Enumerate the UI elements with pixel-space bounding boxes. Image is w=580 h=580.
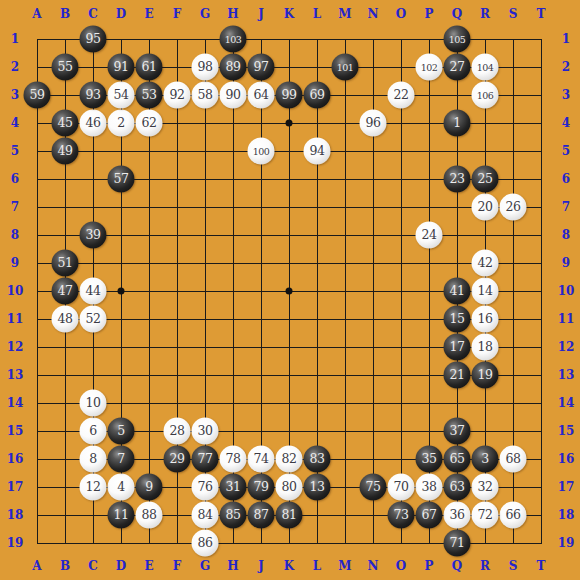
move-number: 41 [450,285,465,298]
black-stone-d18: 11 [108,502,135,529]
column-label-top-o: O [396,8,406,20]
move-number: 96 [366,117,381,130]
move-number: 70 [394,481,409,494]
move-number: 49 [58,145,73,158]
move-number: 93 [86,89,101,102]
row-label-right-7: 7 [562,201,570,213]
move-number: 68 [506,453,521,466]
row-label-left-17: 17 [7,481,24,493]
move-number: 65 [450,453,465,466]
black-stone-c3: 93 [80,82,107,109]
black-stone-q4: 1 [444,110,471,137]
row-label-left-10: 10 [7,285,24,297]
white-stone-p8: 24 [416,222,443,249]
white-stone-e18: 88 [136,502,163,529]
move-number: 89 [226,61,241,74]
row-label-right-15: 15 [558,425,575,437]
black-stone-k3: 99 [276,82,303,109]
row-label-left-5: 5 [11,145,19,157]
row-label-right-8: 8 [562,229,570,241]
black-stone-j2: 97 [248,54,275,81]
white-stone-g3: 58 [192,82,219,109]
column-label-top-m: M [338,8,351,20]
move-number: 92 [170,89,185,102]
black-stone-o18: 73 [388,502,415,529]
row-label-left-7: 7 [11,201,19,213]
row-label-left-19: 19 [7,537,24,549]
row-label-right-12: 12 [558,341,575,353]
move-number: 21 [450,369,465,382]
black-stone-q6: 23 [444,166,471,193]
white-stone-g17: 76 [192,474,219,501]
column-label-bottom-k: K [284,560,294,572]
move-number: 102 [421,62,437,72]
move-number: 77 [198,453,213,466]
black-stone-b4: 45 [52,110,79,137]
move-number: 104 [477,62,493,72]
column-label-top-t: T [537,8,546,20]
star-point-k10 [286,288,293,295]
black-stone-n17: 75 [360,474,387,501]
move-number: 87 [254,509,269,522]
move-number: 69 [310,89,325,102]
black-stone-l3: 69 [304,82,331,109]
column-label-bottom-j: J [258,560,264,572]
column-label-bottom-o: O [396,560,406,572]
black-stone-b9: 51 [52,250,79,277]
column-label-top-g: G [200,8,210,20]
row-label-left-8: 8 [11,229,19,241]
row-label-left-15: 15 [7,425,24,437]
move-number: 94 [310,145,325,158]
column-label-bottom-r: R [480,560,490,572]
move-number: 80 [282,481,297,494]
row-label-left-13: 13 [7,369,24,381]
column-label-bottom-t: T [537,560,546,572]
black-stone-c1: 95 [80,26,107,53]
move-number: 85 [226,509,241,522]
column-label-bottom-b: B [60,560,70,572]
column-label-top-c: C [88,8,98,20]
move-number: 95 [86,33,101,46]
white-stone-c4: 46 [80,110,107,137]
move-number: 66 [506,509,521,522]
move-number: 51 [58,257,73,270]
white-stone-h3: 90 [220,82,247,109]
move-number: 99 [282,89,297,102]
move-number: 16 [478,313,493,326]
white-stone-b11: 48 [52,306,79,333]
move-number: 101 [337,62,353,72]
column-label-bottom-s: S [509,560,518,572]
row-label-left-11: 11 [7,313,24,325]
column-label-top-j: J [258,8,264,20]
column-label-top-n: N [368,8,379,20]
move-number: 11 [114,509,129,522]
move-number: 17 [450,341,465,354]
row-label-left-1: 1 [11,33,19,45]
white-stone-g18: 84 [192,502,219,529]
move-number: 47 [58,285,73,298]
white-stone-o3: 22 [388,82,415,109]
row-label-right-2: 2 [562,61,570,73]
move-number: 79 [254,481,269,494]
move-number: 74 [254,453,269,466]
white-stone-n4: 96 [360,110,387,137]
column-label-top-p: P [424,8,433,20]
white-stone-d4: 2 [108,110,135,137]
black-stone-e2: 61 [136,54,163,81]
row-label-right-16: 16 [558,453,575,465]
move-number: 82 [282,453,297,466]
move-number: 67 [422,509,437,522]
column-label-top-d: D [116,8,126,20]
move-number: 26 [506,201,521,214]
move-number: 58 [198,89,213,102]
black-stone-d15: 5 [108,418,135,445]
move-number: 12 [86,481,101,494]
move-number: 5 [117,425,124,438]
white-stone-f3: 92 [164,82,191,109]
black-stone-h17: 31 [220,474,247,501]
row-label-right-17: 17 [558,481,575,493]
column-label-top-l: L [313,8,321,20]
move-number: 53 [142,89,157,102]
row-label-left-6: 6 [11,173,19,185]
column-label-top-s: S [509,8,518,20]
move-number: 54 [114,89,129,102]
move-number: 22 [394,89,409,102]
row-label-left-2: 2 [11,61,19,73]
black-stone-h2: 89 [220,54,247,81]
black-stone-r16: 3 [472,446,499,473]
column-label-top-h: H [227,8,238,20]
column-label-bottom-n: N [368,560,379,572]
white-stone-c10: 44 [80,278,107,305]
black-stone-q2: 27 [444,54,471,81]
white-stone-r10: 14 [472,278,499,305]
black-stone-h1: 103 [220,26,247,53]
column-label-bottom-e: E [144,560,153,572]
column-label-top-a: A [32,8,41,20]
move-number: 106 [477,90,493,100]
column-label-bottom-h: H [227,560,238,572]
white-stone-r7: 20 [472,194,499,221]
black-stone-p18: 67 [416,502,443,529]
star-point-k4 [286,120,293,127]
column-label-bottom-f: F [173,560,182,572]
black-stone-q1: 105 [444,26,471,53]
black-stone-p16: 35 [416,446,443,473]
move-number: 28 [170,425,185,438]
white-stone-g2: 98 [192,54,219,81]
black-stone-m2: 101 [332,54,359,81]
black-stone-l17: 13 [304,474,331,501]
move-number: 55 [58,61,73,74]
move-number: 59 [30,89,45,102]
white-stone-c15: 6 [80,418,107,445]
black-stone-j18: 87 [248,502,275,529]
white-stone-p17: 38 [416,474,443,501]
move-number: 44 [86,285,101,298]
column-label-bottom-l: L [313,560,321,572]
move-number: 32 [478,481,493,494]
move-number: 4 [117,481,124,494]
row-label-left-12: 12 [7,341,24,353]
move-number: 1 [453,117,460,130]
move-number: 23 [450,173,465,186]
move-number: 75 [366,481,381,494]
white-stone-r18: 72 [472,502,499,529]
move-number: 73 [394,509,409,522]
move-number: 18 [478,341,493,354]
move-number: 86 [198,537,213,550]
move-number: 83 [310,453,325,466]
white-stone-f15: 28 [164,418,191,445]
black-stone-b5: 49 [52,138,79,165]
move-number: 42 [478,257,493,270]
black-stone-q15: 37 [444,418,471,445]
black-stone-d16: 7 [108,446,135,473]
move-number: 31 [226,481,241,494]
move-number: 72 [478,509,493,522]
white-stone-j16: 74 [248,446,275,473]
column-label-bottom-m: M [338,560,351,572]
white-stone-p2: 102 [416,54,443,81]
black-stone-k18: 81 [276,502,303,529]
white-stone-s16: 68 [500,446,527,473]
black-stone-l16: 83 [304,446,331,473]
move-number: 46 [86,117,101,130]
move-number: 81 [282,509,297,522]
move-number: 7 [117,453,124,466]
column-label-top-q: Q [452,8,462,20]
row-label-left-4: 4 [11,117,19,129]
column-label-bottom-g: G [200,560,210,572]
black-stone-b2: 55 [52,54,79,81]
row-label-left-3: 3 [11,89,19,101]
move-number: 27 [450,61,465,74]
move-number: 35 [422,453,437,466]
white-stone-c17: 12 [80,474,107,501]
black-stone-q12: 17 [444,334,471,361]
move-number: 88 [142,509,157,522]
go-board[interactable]: AABBCCDDEEFFGGHHJJKKLLMMNNOOPPQQRRSSTT11… [0,0,580,580]
move-number: 100 [253,146,269,156]
white-stone-r9: 42 [472,250,499,277]
move-number: 78 [226,453,241,466]
move-number: 25 [478,173,493,186]
move-number: 98 [198,61,213,74]
row-label-right-5: 5 [562,145,570,157]
white-stone-j5: 100 [248,138,275,165]
black-stone-d6: 57 [108,166,135,193]
white-stone-r12: 18 [472,334,499,361]
move-number: 61 [142,61,157,74]
row-label-left-18: 18 [7,509,24,521]
move-number: 36 [450,509,465,522]
black-stone-q16: 65 [444,446,471,473]
black-stone-a3: 59 [24,82,51,109]
white-stone-r11: 16 [472,306,499,333]
move-number: 2 [117,117,124,130]
row-label-right-3: 3 [562,89,570,101]
move-number: 90 [226,89,241,102]
move-number: 52 [86,313,101,326]
white-stone-r17: 32 [472,474,499,501]
move-number: 105 [449,34,465,44]
row-label-right-4: 4 [562,117,570,129]
move-number: 39 [86,229,101,242]
white-stone-q18: 36 [444,502,471,529]
white-stone-c14: 10 [80,390,107,417]
column-label-top-r: R [480,8,490,20]
white-stone-e4: 62 [136,110,163,137]
move-number: 91 [114,61,129,74]
black-stone-q19: 71 [444,530,471,557]
white-stone-c16: 8 [80,446,107,473]
black-stone-q13: 21 [444,362,471,389]
move-number: 63 [450,481,465,494]
row-label-left-14: 14 [7,397,24,409]
white-stone-h16: 78 [220,446,247,473]
move-number: 71 [450,537,465,550]
black-stone-e17: 9 [136,474,163,501]
move-number: 6 [89,425,96,438]
move-number: 3 [481,453,488,466]
row-label-right-18: 18 [558,509,575,521]
move-number: 8 [89,453,96,466]
move-number: 29 [170,453,185,466]
move-number: 19 [478,369,493,382]
black-stone-j17: 79 [248,474,275,501]
black-stone-c8: 39 [80,222,107,249]
star-point-d10 [118,288,125,295]
black-stone-r6: 25 [472,166,499,193]
column-label-bottom-c: C [88,560,98,572]
white-stone-g15: 30 [192,418,219,445]
column-label-top-k: K [284,8,294,20]
move-number: 62 [142,117,157,130]
white-stone-r3: 106 [472,82,499,109]
move-number: 103 [225,34,241,44]
row-label-right-19: 19 [558,537,575,549]
white-stone-j3: 64 [248,82,275,109]
white-stone-d3: 54 [108,82,135,109]
column-label-bottom-d: D [116,560,126,572]
black-stone-r13: 19 [472,362,499,389]
row-label-right-14: 14 [558,397,575,409]
black-stone-d2: 91 [108,54,135,81]
row-label-left-9: 9 [11,257,19,269]
move-number: 30 [198,425,213,438]
black-stone-f16: 29 [164,446,191,473]
move-number: 64 [254,89,269,102]
move-number: 57 [114,173,129,186]
column-label-bottom-a: A [32,560,41,572]
row-label-left-16: 16 [7,453,24,465]
column-label-bottom-q: Q [452,560,462,572]
row-label-right-10: 10 [558,285,575,297]
move-number: 97 [254,61,269,74]
black-stone-e3: 53 [136,82,163,109]
white-stone-k17: 80 [276,474,303,501]
move-number: 9 [145,481,152,494]
move-number: 10 [86,397,101,410]
move-number: 15 [450,313,465,326]
black-stone-g16: 77 [192,446,219,473]
white-stone-d17: 4 [108,474,135,501]
white-stone-k16: 82 [276,446,303,473]
column-label-top-e: E [144,8,153,20]
move-number: 76 [198,481,213,494]
white-stone-s18: 66 [500,502,527,529]
move-number: 48 [58,313,73,326]
row-label-right-9: 9 [562,257,570,269]
column-label-bottom-p: P [424,560,433,572]
row-label-right-11: 11 [558,313,575,325]
column-label-top-b: B [60,8,70,20]
white-stone-c11: 52 [80,306,107,333]
white-stone-s7: 26 [500,194,527,221]
row-label-right-13: 13 [558,369,575,381]
white-stone-l5: 94 [304,138,331,165]
move-number: 45 [58,117,73,130]
move-number: 14 [478,285,493,298]
row-label-right-1: 1 [562,33,570,45]
white-stone-r2: 104 [472,54,499,81]
move-number: 84 [198,509,213,522]
row-label-right-6: 6 [562,173,570,185]
move-number: 37 [450,425,465,438]
move-number: 38 [422,481,437,494]
black-stone-q11: 15 [444,306,471,333]
white-stone-o17: 70 [388,474,415,501]
move-number: 20 [478,201,493,214]
move-number: 24 [422,229,437,242]
white-stone-g19: 86 [192,530,219,557]
black-stone-h18: 85 [220,502,247,529]
black-stone-q17: 63 [444,474,471,501]
black-stone-b10: 47 [52,278,79,305]
black-stone-q10: 41 [444,278,471,305]
move-number: 13 [310,481,325,494]
column-label-top-f: F [173,8,182,20]
